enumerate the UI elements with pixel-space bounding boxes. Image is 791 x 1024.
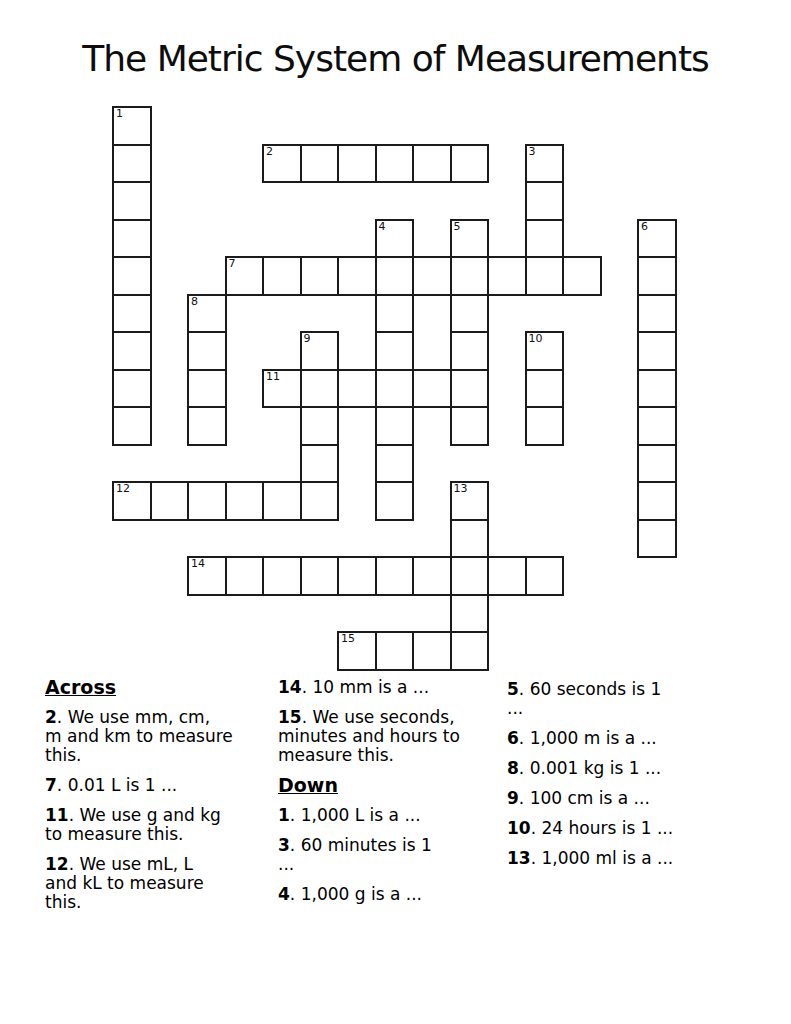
cell-r4c12[interactable] [562,256,602,296]
clue-down-3: 3. 60 minutes is 1 ... [278,836,492,874]
clue-number-suffix: . [531,818,542,838]
cell-r12c3[interactable] [225,556,265,596]
clue-number: 7 [45,775,57,795]
clue-text: 0.001 kg is 1 ... [530,758,662,778]
clue-number-suffix: . [519,788,530,808]
cell-r6c9[interactable] [450,331,490,371]
down-heading: Down [278,776,492,795]
cell-r7c6[interactable] [337,369,377,409]
clues-column-1: Across2. We use mm, cm, m and km to meas… [45,678,275,923]
cell-r6c0[interactable] [112,331,152,371]
cell-r9c7[interactable] [375,444,415,484]
cell-number-12: 12 [116,483,130,494]
clue-text: 1,000 ml is a ... [541,848,673,868]
clue-number-suffix: . [302,677,313,697]
across-heading: Across [45,678,275,697]
cell-r7c0[interactable] [112,369,152,409]
cell-r6c14[interactable] [637,331,677,371]
cell-r12c6[interactable] [337,556,377,596]
clue-down-4: 4. 1,000 g is a ... [278,885,492,904]
cell-number-11: 11 [266,371,280,382]
cell-r10c3[interactable] [225,481,265,521]
cell-r8c0[interactable] [112,406,152,446]
cell-number-4: 4 [379,221,386,232]
clue-across-11: 11. We use g and kg to measure this. [45,806,275,844]
cell-number-9: 9 [304,333,311,344]
cell-r12c5[interactable] [300,556,340,596]
clue-text: 100 cm is a ... [530,788,650,808]
cell-r4c14[interactable] [637,256,677,296]
cell-r7c5[interactable] [300,369,340,409]
cell-r11c9[interactable] [450,519,490,559]
cell-r4c5[interactable] [300,256,340,296]
cell-r8c5[interactable] [300,406,340,446]
clue-down-9: 9. 100 cm is a ... [507,789,745,808]
clue-text: 1,000 m is a ... [530,728,657,748]
clue-text: 10 mm is a ... [312,677,429,697]
cell-r12c9[interactable] [450,556,490,596]
clue-number-suffix: . [519,758,530,778]
clue-down-1: 1. 1,000 L is a ... [278,806,492,825]
cell-r5c14[interactable] [637,294,677,334]
clue-number-suffix: . [531,848,542,868]
cell-number-8: 8 [191,296,198,307]
clue-number: 6 [507,728,519,748]
cell-r1c7[interactable] [375,144,415,184]
cell-r14c7[interactable] [375,631,415,671]
cell-r13c9[interactable] [450,594,490,634]
page-title: The Metric System of Measurements [0,38,791,79]
clue-number-suffix: . [69,854,80,874]
clue-number: 9 [507,788,519,808]
cell-r7c2[interactable] [187,369,227,409]
cell-number-10: 10 [529,333,543,344]
cell-r8c2[interactable] [187,406,227,446]
cell-r4c4[interactable] [262,256,302,296]
cell-r8c11[interactable] [525,406,565,446]
clue-number-suffix: . [57,707,68,727]
clue-number: 8 [507,758,519,778]
cell-number-7: 7 [229,258,236,269]
clue-number: 10 [507,818,531,838]
clue-number: 12 [45,854,69,874]
clue-text: 1,000 g is a ... [301,884,422,904]
cell-r4c6[interactable] [337,256,377,296]
cell-r7c14[interactable] [637,369,677,409]
clue-down-10: 10. 24 hours is 1 ... [507,819,745,838]
clue-across-14: 14. 10 mm is a ... [278,678,492,697]
cell-r12c11[interactable] [525,556,565,596]
cell-r1c8[interactable] [412,144,452,184]
clue-number-suffix: . [519,728,530,748]
cell-r8c14[interactable] [637,406,677,446]
cell-number-6: 6 [641,221,648,232]
clues-column-2: 14. 10 mm is a ...15. We use seconds, mi… [278,678,492,915]
cell-r8c9[interactable] [450,406,490,446]
cell-r7c9[interactable] [450,369,490,409]
clue-number-suffix: . [519,679,530,699]
clue-number-suffix: . [302,707,313,727]
worksheet-page: { "game": "crossword", "title": "The Met… [0,0,791,1024]
cell-number-3: 3 [529,146,536,157]
clue-number-suffix: . [57,775,68,795]
cell-r4c10[interactable] [487,256,527,296]
cell-r6c2[interactable] [187,331,227,371]
cell-r3c0[interactable] [112,219,152,259]
clue-text: 0.01 L is 1 ... [68,775,178,795]
cell-r10c2[interactable] [187,481,227,521]
cell-number-14: 14 [191,558,205,569]
clue-across-7: 7. 0.01 L is 1 ... [45,776,275,795]
clue-across-12: 12. We use mL, L and kL to measure this. [45,855,275,912]
cell-r4c0[interactable] [112,256,152,296]
cell-r5c7[interactable] [375,294,415,334]
cell-r1c0[interactable] [112,144,152,184]
clue-text: 60 seconds is 1 ... [507,679,661,718]
cell-r10c14[interactable] [637,481,677,521]
clue-down-5: 5. 60 seconds is 1 ... [507,680,745,718]
cell-number-1: 1 [116,108,123,119]
clue-number: 11 [45,805,69,825]
clue-number: 5 [507,679,519,699]
cell-r1c9[interactable] [450,144,490,184]
cell-r12c8[interactable] [412,556,452,596]
cell-r7c11[interactable] [525,369,565,409]
cell-r9c5[interactable] [300,444,340,484]
cell-r1c6[interactable] [337,144,377,184]
clue-text: We use mm, cm, m and km to measure this. [45,707,233,765]
cell-r12c4[interactable] [262,556,302,596]
clue-number: 2 [45,707,57,727]
cell-r6c7[interactable] [375,331,415,371]
clues-column-3: 5. 60 seconds is 1 ...6. 1,000 m is a ..… [507,680,745,879]
cell-r14c9[interactable] [450,631,490,671]
clue-across-15: 15. We use seconds, minutes and hours to… [278,708,492,765]
cell-r4c7[interactable] [375,256,415,296]
clue-text: 1,000 L is a ... [301,805,421,825]
cell-r12c10[interactable] [487,556,527,596]
clue-number: 15 [278,707,302,727]
cell-r5c0[interactable] [112,294,152,334]
cell-r4c11[interactable] [525,256,565,296]
cell-r9c14[interactable] [637,444,677,484]
clue-text: 60 minutes is 1 ... [278,835,432,874]
clue-number-suffix: . [290,835,301,855]
clue-number-suffix: . [290,805,301,825]
clue-number: 13 [507,848,531,868]
cell-number-15: 15 [341,633,355,644]
cell-r3c11[interactable] [525,219,565,259]
cell-r4c8[interactable] [412,256,452,296]
cell-number-2: 2 [266,146,273,157]
cell-r12c7[interactable] [375,556,415,596]
cell-r5c9[interactable] [450,294,490,334]
clue-number: 14 [278,677,302,697]
clue-number: 1 [278,805,290,825]
cell-r10c4[interactable] [262,481,302,521]
clue-number-suffix: . [69,805,80,825]
cell-r4c9[interactable] [450,256,490,296]
cell-number-13: 13 [454,483,468,494]
cell-r7c8[interactable] [412,369,452,409]
cell-r10c5[interactable] [300,481,340,521]
cell-r14c8[interactable] [412,631,452,671]
cell-r2c11[interactable] [525,181,565,221]
cell-number-5: 5 [454,221,461,232]
clue-number-suffix: . [290,884,301,904]
cell-r2c0[interactable] [112,181,152,221]
clue-down-13: 13. 1,000 ml is a ... [507,849,745,868]
crossword-grid: 123456789101112131415 [112,106,678,672]
clue-down-8: 8. 0.001 kg is 1 ... [507,759,745,778]
cell-r7c7[interactable] [375,369,415,409]
clue-across-2: 2. We use mm, cm, m and km to measure th… [45,708,275,765]
clue-text: 24 hours is 1 ... [541,818,673,838]
clue-number: 4 [278,884,290,904]
cell-r11c14[interactable] [637,519,677,559]
clue-number: 3 [278,835,290,855]
cell-r10c1[interactable] [150,481,190,521]
clue-down-6: 6. 1,000 m is a ... [507,729,745,748]
cell-r10c7[interactable] [375,481,415,521]
cell-r8c7[interactable] [375,406,415,446]
cell-r1c5[interactable] [300,144,340,184]
